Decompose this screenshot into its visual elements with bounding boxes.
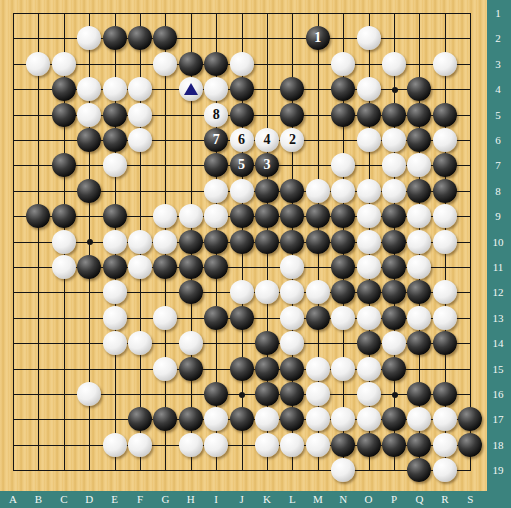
stone-white-K6[interactable]: 4 xyxy=(255,128,279,152)
stone-black-E2[interactable] xyxy=(103,26,127,50)
stone-white-O15[interactable] xyxy=(357,357,381,381)
column-label-K: K xyxy=(263,494,271,505)
stone-black-I10[interactable] xyxy=(204,230,228,254)
stone-white-N8[interactable] xyxy=(331,179,355,203)
stone-white-F14[interactable] xyxy=(128,331,152,355)
column-label-E: E xyxy=(111,494,118,505)
stone-white-E10[interactable] xyxy=(103,230,127,254)
stone-black-P13[interactable] xyxy=(382,306,406,330)
stone-black-P18[interactable] xyxy=(382,433,406,457)
stone-white-R10[interactable] xyxy=(433,230,457,254)
stone-white-O10[interactable] xyxy=(357,230,381,254)
column-label-N: N xyxy=(339,494,347,505)
triangle-mark-icon xyxy=(184,83,198,95)
row-label-3: 3 xyxy=(495,58,501,69)
row-label-7: 7 xyxy=(495,160,501,171)
stone-black-P11[interactable] xyxy=(382,255,406,279)
column-label-J: J xyxy=(239,494,243,505)
row-label-2: 2 xyxy=(495,33,501,44)
row-label-16: 16 xyxy=(493,389,504,400)
stone-white-F5[interactable] xyxy=(128,103,152,127)
stone-white-P8[interactable] xyxy=(382,179,406,203)
column-label-I: I xyxy=(214,494,218,505)
stone-white-M8[interactable] xyxy=(306,179,330,203)
stone-white-G10[interactable] xyxy=(153,230,177,254)
stone-black-E6[interactable] xyxy=(103,128,127,152)
stone-black-K10[interactable] xyxy=(255,230,279,254)
move-number-label: 3 xyxy=(264,158,271,172)
stone-white-C11[interactable] xyxy=(52,255,76,279)
stone-black-R16[interactable] xyxy=(433,382,457,406)
move-number-label: 5 xyxy=(238,158,245,172)
column-label-D: D xyxy=(85,494,93,505)
stone-white-J3[interactable] xyxy=(230,52,254,76)
column-label-M: M xyxy=(313,494,323,505)
stone-black-J10[interactable] xyxy=(230,230,254,254)
stone-white-R18[interactable] xyxy=(433,433,457,457)
column-label-Q: Q xyxy=(415,494,423,505)
stone-white-I5[interactable]: 8 xyxy=(204,103,228,127)
stone-black-K9[interactable] xyxy=(255,204,279,228)
stone-white-K18[interactable] xyxy=(255,433,279,457)
stone-black-L15[interactable] xyxy=(280,357,304,381)
stone-white-O13[interactable] xyxy=(357,306,381,330)
stone-white-H14[interactable] xyxy=(179,331,203,355)
stone-black-O18[interactable] xyxy=(357,433,381,457)
stone-black-L5[interactable] xyxy=(280,103,304,127)
stone-white-Q10[interactable] xyxy=(407,230,431,254)
stone-white-O6[interactable] xyxy=(357,128,381,152)
stone-white-C3[interactable] xyxy=(52,52,76,76)
stone-black-R5[interactable] xyxy=(433,103,457,127)
stone-black-D6[interactable] xyxy=(77,128,101,152)
stone-black-M10[interactable] xyxy=(306,230,330,254)
stone-black-D8[interactable] xyxy=(77,179,101,203)
grid-line-vertical xyxy=(470,13,471,471)
star-point xyxy=(392,392,398,398)
stone-black-N10[interactable] xyxy=(331,230,355,254)
row-label-15: 15 xyxy=(493,363,504,374)
grid-line-horizontal xyxy=(13,470,471,471)
column-label-L: L xyxy=(289,494,296,505)
stone-black-O5[interactable] xyxy=(357,103,381,127)
stone-black-M9[interactable] xyxy=(306,204,330,228)
move-number-label: 6 xyxy=(238,133,245,147)
stone-white-D16[interactable] xyxy=(77,382,101,406)
row-label-6: 6 xyxy=(495,135,501,146)
star-point xyxy=(392,87,398,93)
stone-white-O16[interactable] xyxy=(357,382,381,406)
row-label-9: 9 xyxy=(495,211,501,222)
stone-white-F18[interactable] xyxy=(128,433,152,457)
row-label-12: 12 xyxy=(493,287,504,298)
column-label-A: A xyxy=(9,494,17,505)
stone-black-J13[interactable] xyxy=(230,306,254,330)
column-label-G: G xyxy=(161,494,169,505)
move-number-label: 4 xyxy=(264,133,271,147)
stone-white-J12[interactable] xyxy=(230,280,254,304)
stone-black-J5[interactable] xyxy=(230,103,254,127)
row-label-13: 13 xyxy=(493,312,504,323)
stone-white-F10[interactable] xyxy=(128,230,152,254)
stone-white-H18[interactable] xyxy=(179,433,203,457)
stone-black-H3[interactable] xyxy=(179,52,203,76)
stone-white-N15[interactable] xyxy=(331,357,355,381)
stone-black-I16[interactable] xyxy=(204,382,228,406)
stone-white-E18[interactable] xyxy=(103,433,127,457)
column-label-H: H xyxy=(187,494,195,505)
move-number-label: 2 xyxy=(289,133,296,147)
stone-white-R13[interactable] xyxy=(433,306,457,330)
stone-black-H11[interactable] xyxy=(179,255,203,279)
stone-black-S18[interactable] xyxy=(458,433,482,457)
column-label-S: S xyxy=(467,494,473,505)
stone-white-J6[interactable]: 6 xyxy=(230,128,254,152)
row-label-14: 14 xyxy=(493,338,504,349)
stone-black-K8[interactable] xyxy=(255,179,279,203)
stone-black-C4[interactable] xyxy=(52,77,76,101)
stone-white-M16[interactable] xyxy=(306,382,330,406)
row-label-18: 18 xyxy=(493,439,504,450)
stone-white-E12[interactable] xyxy=(103,280,127,304)
stone-white-O4[interactable] xyxy=(357,77,381,101)
stone-white-G15[interactable] xyxy=(153,357,177,381)
stone-black-P9[interactable] xyxy=(382,204,406,228)
star-point xyxy=(239,392,245,398)
stone-black-P15[interactable] xyxy=(382,357,406,381)
stone-black-J7[interactable]: 5 xyxy=(230,153,254,177)
row-label-1: 1 xyxy=(495,8,501,19)
stone-black-J17[interactable] xyxy=(230,407,254,431)
stone-black-K15[interactable] xyxy=(255,357,279,381)
stone-black-O14[interactable] xyxy=(357,331,381,355)
stone-black-C9[interactable] xyxy=(52,204,76,228)
column-label-R: R xyxy=(441,494,448,505)
stone-black-J15[interactable] xyxy=(230,357,254,381)
stone-black-O12[interactable] xyxy=(357,280,381,304)
stone-black-I6[interactable]: 7 xyxy=(204,128,228,152)
stone-white-H4[interactable] xyxy=(179,77,203,101)
row-label-4: 4 xyxy=(495,84,501,95)
stone-black-I11[interactable] xyxy=(204,255,228,279)
stone-white-N13[interactable] xyxy=(331,306,355,330)
stone-white-C10[interactable] xyxy=(52,230,76,254)
stone-black-L10[interactable] xyxy=(280,230,304,254)
column-label-P: P xyxy=(391,494,397,505)
stone-white-M18[interactable] xyxy=(306,433,330,457)
column-label-O: O xyxy=(365,494,373,505)
star-point xyxy=(87,239,93,245)
move-number-label: 8 xyxy=(213,108,220,122)
stone-black-C5[interactable] xyxy=(52,103,76,127)
stone-white-P3[interactable] xyxy=(382,52,406,76)
stone-white-M15[interactable] xyxy=(306,357,330,381)
stone-black-N5[interactable] xyxy=(331,103,355,127)
stone-black-M13[interactable] xyxy=(306,306,330,330)
column-label-B: B xyxy=(35,494,42,505)
go-game-screenshot: 18764253 ABCDEFGHIJKLMNOPQRS 12345678910… xyxy=(0,0,511,508)
stone-white-P14[interactable] xyxy=(382,331,406,355)
stone-black-I3[interactable] xyxy=(204,52,228,76)
stone-black-E5[interactable] xyxy=(103,103,127,127)
stone-white-J8[interactable] xyxy=(230,179,254,203)
stone-white-F4[interactable] xyxy=(128,77,152,101)
stone-white-O17[interactable] xyxy=(357,407,381,431)
row-label-17: 17 xyxy=(493,414,504,425)
stone-white-F6[interactable] xyxy=(128,128,152,152)
stone-black-N11[interactable] xyxy=(331,255,355,279)
stone-white-E7[interactable] xyxy=(103,153,127,177)
stone-black-Q5[interactable] xyxy=(407,103,431,127)
stone-white-O9[interactable] xyxy=(357,204,381,228)
row-label-10: 10 xyxy=(493,236,504,247)
stone-black-J4[interactable] xyxy=(230,77,254,101)
stone-white-E14[interactable] xyxy=(103,331,127,355)
column-label-C: C xyxy=(60,494,67,505)
stone-black-H15[interactable] xyxy=(179,357,203,381)
stone-black-J9[interactable] xyxy=(230,204,254,228)
stone-white-O2[interactable] xyxy=(357,26,381,50)
stone-black-K14[interactable] xyxy=(255,331,279,355)
stone-black-E11[interactable] xyxy=(103,255,127,279)
stone-white-E4[interactable] xyxy=(103,77,127,101)
stone-black-P5[interactable] xyxy=(382,103,406,127)
stone-black-R8[interactable] xyxy=(433,179,457,203)
stone-black-D11[interactable] xyxy=(77,255,101,279)
stone-white-N3[interactable] xyxy=(331,52,355,76)
column-label-F: F xyxy=(137,494,143,505)
stone-black-N18[interactable] xyxy=(331,433,355,457)
stone-black-I13[interactable] xyxy=(204,306,228,330)
stone-black-E9[interactable] xyxy=(103,204,127,228)
row-label-19: 19 xyxy=(493,465,504,476)
stone-black-H10[interactable] xyxy=(179,230,203,254)
stone-white-E13[interactable] xyxy=(103,306,127,330)
row-label-8: 8 xyxy=(495,185,501,196)
stone-black-K16[interactable] xyxy=(255,382,279,406)
stone-black-P10[interactable] xyxy=(382,230,406,254)
stone-white-I8[interactable] xyxy=(204,179,228,203)
stone-white-D5[interactable] xyxy=(77,103,101,127)
stone-white-R9[interactable] xyxy=(433,204,457,228)
move-number-label: 1 xyxy=(314,31,321,45)
stone-white-R6[interactable] xyxy=(433,128,457,152)
stone-white-P6[interactable] xyxy=(382,128,406,152)
stone-white-O11[interactable] xyxy=(357,255,381,279)
row-label-5: 5 xyxy=(495,109,501,120)
stone-white-F11[interactable] xyxy=(128,255,152,279)
stone-white-H9[interactable] xyxy=(179,204,203,228)
row-label-11: 11 xyxy=(493,262,504,273)
stone-white-R19[interactable] xyxy=(433,458,457,482)
stone-white-R3[interactable] xyxy=(433,52,457,76)
stone-white-O8[interactable] xyxy=(357,179,381,203)
move-number-label: 7 xyxy=(213,133,220,147)
stone-white-I18[interactable] xyxy=(204,433,228,457)
stone-black-R14[interactable] xyxy=(433,331,457,355)
